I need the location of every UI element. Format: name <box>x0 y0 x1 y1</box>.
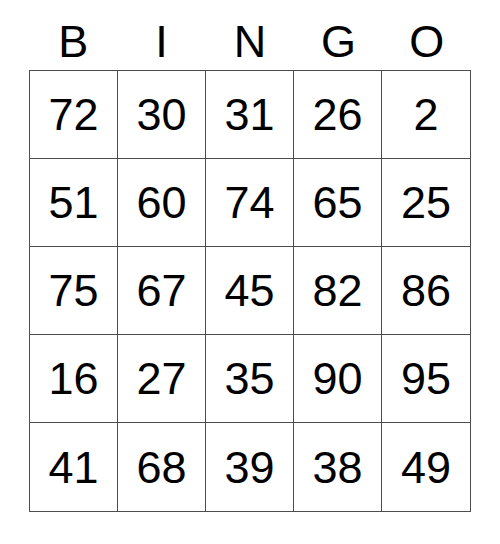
header-letter-g: G <box>294 0 382 70</box>
bingo-cell-r4c4[interactable]: 90 <box>294 335 382 423</box>
bingo-cell-r2c2[interactable]: 60 <box>118 159 206 247</box>
bingo-cell-r5c3[interactable]: 39 <box>206 423 294 511</box>
bingo-cell-r4c5[interactable]: 95 <box>382 335 470 423</box>
bingo-cell-r5c5[interactable]: 49 <box>382 423 470 511</box>
bingo-cell-r3c3[interactable]: 45 <box>206 247 294 335</box>
bingo-cell-r2c5[interactable]: 25 <box>382 159 470 247</box>
bingo-cell-r4c3[interactable]: 35 <box>206 335 294 423</box>
bingo-cell-r3c5[interactable]: 86 <box>382 247 470 335</box>
bingo-cell-r1c1[interactable]: 72 <box>30 71 118 159</box>
header-letter-i: I <box>117 0 205 70</box>
bingo-cell-r5c1[interactable]: 41 <box>30 423 118 511</box>
bingo-header-row: B I N G O <box>29 0 471 70</box>
bingo-cell-r3c2[interactable]: 67 <box>118 247 206 335</box>
bingo-cell-r5c4[interactable]: 38 <box>294 423 382 511</box>
header-letter-o: O <box>383 0 471 70</box>
bingo-card: B I N G O 72 30 31 26 2 51 60 74 65 25 7… <box>0 0 500 544</box>
bingo-cell-r2c4[interactable]: 65 <box>294 159 382 247</box>
bingo-cell-r3c1[interactable]: 75 <box>30 247 118 335</box>
header-letter-b: B <box>29 0 117 70</box>
bingo-cell-r1c2[interactable]: 30 <box>118 71 206 159</box>
bingo-cell-r3c4[interactable]: 82 <box>294 247 382 335</box>
bingo-cell-r1c3[interactable]: 31 <box>206 71 294 159</box>
bingo-cell-r4c1[interactable]: 16 <box>30 335 118 423</box>
header-letter-n: N <box>206 0 294 70</box>
bingo-cell-r5c2[interactable]: 68 <box>118 423 206 511</box>
bingo-grid: 72 30 31 26 2 51 60 74 65 25 75 67 45 82… <box>29 70 471 512</box>
bingo-cell-r2c3[interactable]: 74 <box>206 159 294 247</box>
bingo-cell-r2c1[interactable]: 51 <box>30 159 118 247</box>
bingo-cell-r1c5[interactable]: 2 <box>382 71 470 159</box>
bingo-cell-r4c2[interactable]: 27 <box>118 335 206 423</box>
bingo-cell-r1c4[interactable]: 26 <box>294 71 382 159</box>
